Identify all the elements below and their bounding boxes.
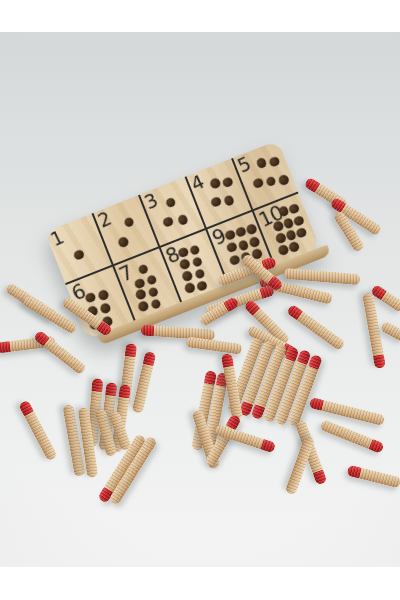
peg-hole[interactable]: [137, 263, 149, 275]
peg-hole[interactable]: [295, 226, 307, 238]
cell-number: 3: [142, 190, 161, 214]
peg-hole[interactable]: [222, 176, 234, 188]
cell-number: 5: [235, 153, 254, 177]
peg-hole[interactable]: [181, 270, 193, 282]
peg-hole[interactable]: [99, 302, 111, 314]
peg-hole[interactable]: [288, 241, 300, 253]
peg-hole[interactable]: [245, 223, 257, 235]
peg-hole[interactable]: [235, 226, 247, 238]
peg-hole[interactable]: [209, 178, 221, 190]
peg-hole[interactable]: [268, 155, 280, 167]
peg-hole[interactable]: [137, 300, 149, 312]
peg-hole[interactable]: [97, 289, 109, 301]
peg-hole[interactable]: [147, 286, 159, 298]
cell-number: 4: [188, 171, 207, 195]
peg-hole[interactable]: [165, 196, 177, 208]
peg-hole[interactable]: [84, 292, 96, 304]
peg-red-tip: [125, 343, 138, 357]
peg-hole[interactable]: [252, 177, 264, 189]
cell-number: 7: [116, 260, 136, 286]
peg-hole[interactable]: [265, 175, 277, 187]
peg-hole[interactable]: [226, 241, 238, 253]
peg-hole[interactable]: [134, 277, 146, 289]
peg-hole[interactable]: [248, 236, 260, 248]
letterbox-top: [0, 0, 400, 32]
peg-hole[interactable]: [189, 244, 201, 256]
peg-hole[interactable]: [288, 202, 300, 214]
peg-hole[interactable]: [223, 194, 235, 206]
letterbox-bottom: [0, 567, 400, 600]
peg-hole[interactable]: [293, 215, 305, 227]
peg-red-tip: [91, 378, 103, 392]
peg-hole[interactable]: [73, 249, 85, 261]
peg-hole[interactable]: [150, 298, 162, 310]
peg-hole[interactable]: [135, 288, 147, 300]
peg-red-tip: [118, 384, 131, 398]
peg-red-tip: [105, 382, 118, 396]
peg-hole[interactable]: [196, 280, 208, 292]
peg-hole[interactable]: [184, 282, 196, 294]
peg-hole[interactable]: [191, 256, 203, 268]
peg-hole[interactable]: [179, 258, 191, 270]
peg-hole[interactable]: [210, 196, 222, 208]
peg-hole[interactable]: [177, 214, 189, 226]
cell-number: 2: [95, 208, 114, 232]
product-photo: 12345678910: [0, 0, 400, 600]
peg-hole[interactable]: [256, 157, 268, 169]
peg-hole[interactable]: [229, 254, 241, 266]
peg-hole[interactable]: [123, 216, 135, 228]
peg-red-tip: [141, 324, 155, 336]
peg-hole[interactable]: [146, 274, 158, 286]
peg-red-tip: [0, 340, 11, 353]
peg-hole[interactable]: [162, 216, 174, 228]
peg-hole[interactable]: [278, 174, 290, 186]
peg-hole[interactable]: [237, 239, 249, 251]
peg-hole[interactable]: [194, 268, 206, 280]
peg-hole[interactable]: [117, 236, 129, 248]
